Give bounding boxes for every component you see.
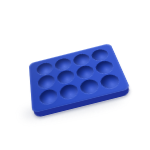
muffin-cup xyxy=(79,78,100,95)
muffin-pan xyxy=(29,43,131,114)
muffin-cup xyxy=(38,74,56,90)
muffin-cup xyxy=(54,57,72,72)
muffin-cup xyxy=(75,64,95,80)
photo-background xyxy=(0,0,150,150)
muffin-cup xyxy=(59,83,79,101)
muffin-cup xyxy=(39,88,58,106)
muffin-cup xyxy=(57,69,76,85)
muffin-cup xyxy=(37,61,54,76)
muffin-cup xyxy=(98,73,120,90)
muffin-cup xyxy=(94,60,115,76)
